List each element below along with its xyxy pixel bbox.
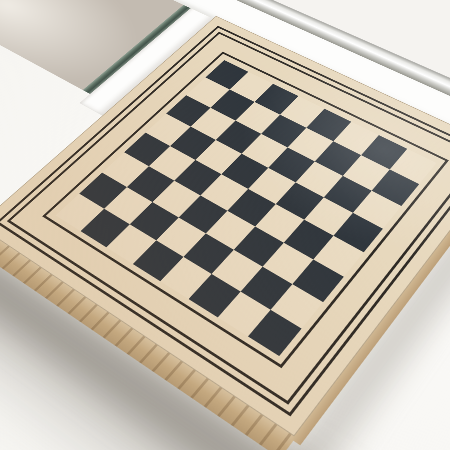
board-photo xyxy=(0,0,450,450)
floor-plane xyxy=(0,0,450,450)
